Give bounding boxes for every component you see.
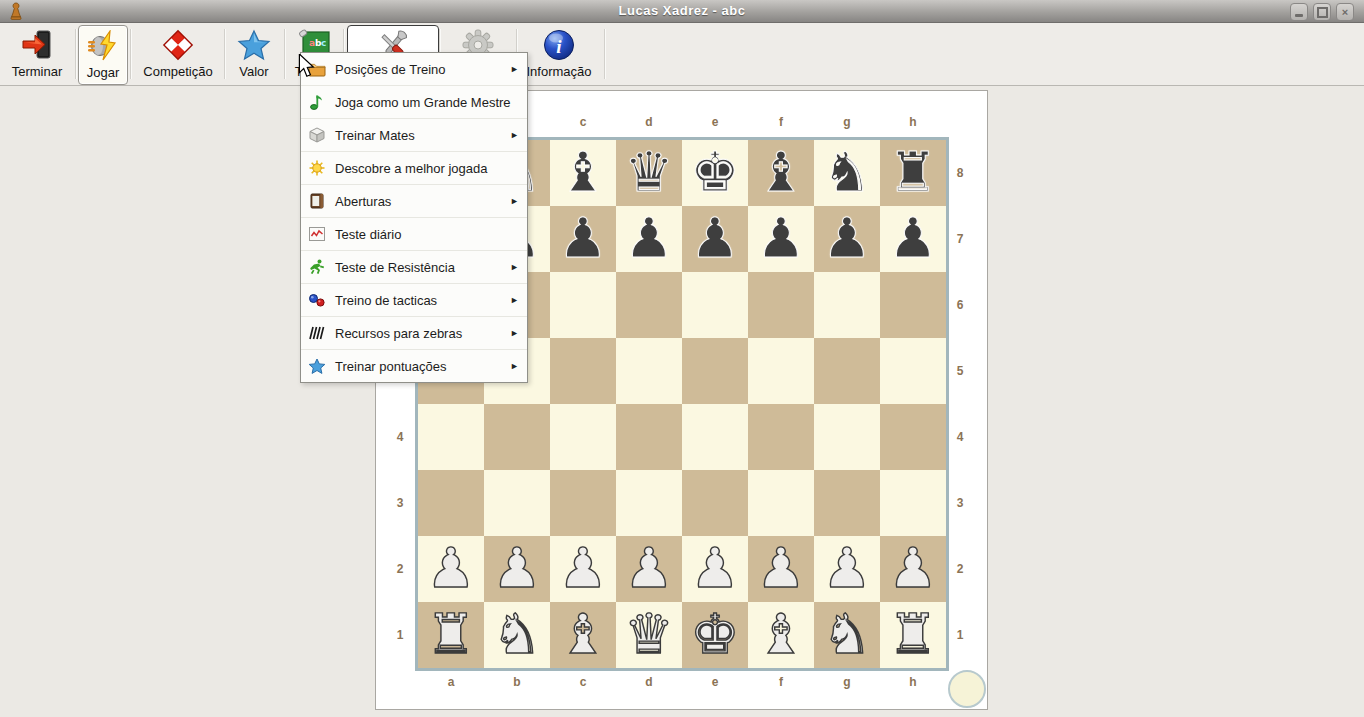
menu-item-label: Teste de Resistência [335, 260, 506, 275]
white-pawn: ♟ [814, 536, 880, 602]
white-knight: ♞ [484, 602, 550, 668]
file-label-top-f: f [748, 115, 814, 129]
menu-item-treinar-pontua-es[interactable]: Treinar pontuações► [301, 350, 527, 382]
white-pawn: ♟ [550, 536, 616, 602]
square-g3[interactable] [814, 470, 880, 536]
toolbar-separator [604, 29, 606, 79]
menu-item-teste-de-resist-ncia[interactable]: Teste de Resistência► [301, 251, 527, 284]
black-knight: ♞ [814, 140, 880, 206]
square-e4[interactable] [682, 404, 748, 470]
file-label-bottom-f: f [748, 675, 814, 689]
menu-item-treino-de-tacticas[interactable]: Treino de tacticas► [301, 284, 527, 317]
toolbar-separator [130, 29, 132, 79]
black-rook: ♜ [880, 140, 946, 206]
square-e1[interactable]: ♚ [682, 602, 748, 668]
rank-label-right-5: 5 [950, 338, 970, 404]
square-g7[interactable]: ♟ [814, 206, 880, 272]
book-icon [308, 193, 326, 209]
square-d1[interactable]: ♛ [616, 602, 682, 668]
white-bishop: ♝ [748, 602, 814, 668]
informacao-button[interactable]: iInformação [520, 25, 598, 83]
minimize-button[interactable] [1290, 3, 1308, 21]
info-icon: i [542, 28, 576, 62]
menu-item-recursos-para-zebras[interactable]: Recursos para zebras► [301, 317, 527, 350]
square-g6[interactable] [814, 272, 880, 338]
square-c7[interactable]: ♟ [550, 206, 616, 272]
star-icon [308, 358, 326, 374]
mouse-cursor-icon [296, 54, 316, 78]
toolbar-separator [224, 29, 226, 79]
square-d5[interactable] [616, 338, 682, 404]
black-pawn: ♟ [550, 206, 616, 272]
square-d4[interactable] [616, 404, 682, 470]
square-b4[interactable] [484, 404, 550, 470]
square-h1[interactable]: ♜ [880, 602, 946, 668]
rank-label-right-7: 7 [950, 206, 970, 272]
square-f5[interactable] [748, 338, 814, 404]
square-c6[interactable] [550, 272, 616, 338]
square-f4[interactable] [748, 404, 814, 470]
square-a3[interactable] [418, 470, 484, 536]
square-g1[interactable]: ♞ [814, 602, 880, 668]
submenu-arrow-icon: ► [510, 64, 519, 74]
square-e7[interactable]: ♟ [682, 206, 748, 272]
black-pawn: ♟ [814, 206, 880, 272]
submenu-arrow-icon: ► [510, 295, 519, 305]
submenu-arrow-icon: ► [510, 196, 519, 206]
close-button[interactable]: × [1336, 3, 1354, 21]
terminar-button[interactable]: Terminar [4, 25, 70, 83]
square-c5[interactable] [550, 338, 616, 404]
square-f3[interactable] [748, 470, 814, 536]
rank-label-right-2: 2 [950, 536, 970, 602]
plug-lightning-icon [86, 29, 120, 63]
file-label-top-h: h [880, 115, 946, 129]
file-label-bottom-b: b [484, 675, 550, 689]
white-pawn: ♟ [748, 536, 814, 602]
file-label-top-c: c [550, 115, 616, 129]
square-f8[interactable]: ♝ [748, 140, 814, 206]
white-rook: ♜ [418, 602, 484, 668]
white-pawn: ♟ [418, 536, 484, 602]
square-e6[interactable] [682, 272, 748, 338]
black-queen: ♛ [616, 140, 682, 206]
square-g4[interactable] [814, 404, 880, 470]
terminar-label: Terminar [12, 64, 63, 79]
square-c8[interactable]: ♝ [550, 140, 616, 206]
competicao-label: Competição [143, 64, 212, 79]
toolbar-separator [284, 29, 286, 79]
jogar-label: Jogar [87, 65, 120, 80]
exit-door-icon [20, 28, 54, 62]
black-pawn: ♟ [616, 206, 682, 272]
white-pawn: ♟ [484, 536, 550, 602]
treinar-menu: Posições de Treino►Joga como um Grande M… [300, 52, 528, 383]
square-h8[interactable]: ♜ [880, 140, 946, 206]
square-g5[interactable] [814, 338, 880, 404]
square-h3[interactable] [880, 470, 946, 536]
file-label-bottom-g: g [814, 675, 880, 689]
file-label-top-e: e [682, 115, 748, 129]
square-f1[interactable]: ♝ [748, 602, 814, 668]
square-f7[interactable]: ♟ [748, 206, 814, 272]
square-f6[interactable] [748, 272, 814, 338]
submenu-arrow-icon: ► [510, 130, 519, 140]
submenu-arrow-icon: ► [510, 361, 519, 371]
title-bar: Lucas Xadrez - abc × [0, 0, 1364, 23]
square-a1[interactable]: ♜ [418, 602, 484, 668]
white-pawn: ♟ [880, 536, 946, 602]
blue-star-icon [237, 28, 271, 62]
white-queen: ♛ [616, 602, 682, 668]
black-pawn: ♟ [682, 206, 748, 272]
submenu-arrow-icon: ► [510, 262, 519, 272]
molecules-icon [308, 292, 326, 308]
window-title: Lucas Xadrez - abc [0, 0, 1364, 22]
square-d3[interactable] [616, 470, 682, 536]
white-rook: ♜ [880, 602, 946, 668]
competicao-button[interactable]: Competição [134, 25, 222, 83]
square-f2[interactable]: ♟ [748, 536, 814, 602]
valor-label: Valor [239, 64, 268, 79]
menu-item-joga-como-um-grande-mestre[interactable]: Joga como um Grande Mestre [301, 86, 527, 119]
checker-diamond-icon [161, 28, 195, 62]
svg-text:c: c [321, 38, 326, 48]
square-h2[interactable]: ♟ [880, 536, 946, 602]
square-c1[interactable]: ♝ [550, 602, 616, 668]
menu-item-treinar-mates[interactable]: Treinar Mates► [301, 119, 527, 152]
white-pawn: ♟ [616, 536, 682, 602]
rank-label-right-6: 6 [950, 272, 970, 338]
menu-item-label: Joga como um Grande Mestre [335, 95, 519, 110]
rank-label-right-1: 1 [950, 602, 970, 668]
file-label-top-d: d [616, 115, 682, 129]
chart-icon [308, 226, 326, 242]
menu-item-aberturas[interactable]: Aberturas► [301, 185, 527, 218]
menu-item-posi-es-de-treino[interactable]: Posições de Treino► [301, 53, 527, 86]
black-king: ♚ [682, 140, 748, 206]
submenu-arrow-icon: ► [510, 328, 519, 338]
square-d7[interactable]: ♟ [616, 206, 682, 272]
square-d8[interactable]: ♛ [616, 140, 682, 206]
svg-text:i: i [556, 36, 562, 57]
cube-icon [308, 127, 326, 143]
file-label-bottom-h: h [880, 675, 946, 689]
square-e2[interactable]: ♟ [682, 536, 748, 602]
jogar-button[interactable]: Jogar [78, 25, 128, 85]
square-b2[interactable]: ♟ [484, 536, 550, 602]
menu-item-label: Aberturas [335, 194, 506, 209]
music-note-icon [308, 94, 326, 110]
black-bishop: ♝ [550, 140, 616, 206]
menu-item-label: Treinar pontuações [335, 359, 506, 374]
rank-label-right-4: 4 [950, 404, 970, 470]
square-e3[interactable] [682, 470, 748, 536]
square-h5[interactable] [880, 338, 946, 404]
black-bishop: ♝ [748, 140, 814, 206]
square-a4[interactable] [418, 404, 484, 470]
menu-item-teste-di-rio[interactable]: Teste diário [301, 218, 527, 251]
file-label-bottom-c: c [550, 675, 616, 689]
white-bishop: ♝ [550, 602, 616, 668]
square-h6[interactable] [880, 272, 946, 338]
square-e8[interactable]: ♚ [682, 140, 748, 206]
informacao-label: Informação [526, 64, 591, 79]
turn-indicator [948, 670, 986, 708]
square-d6[interactable] [616, 272, 682, 338]
square-g8[interactable]: ♞ [814, 140, 880, 206]
sun-icon [308, 160, 326, 176]
maximize-button[interactable] [1313, 3, 1331, 21]
rank-label-left-1: 1 [390, 602, 410, 668]
zebra-icon [308, 325, 326, 341]
rank-label-left-2: 2 [390, 536, 410, 602]
square-a2[interactable]: ♟ [418, 536, 484, 602]
rank-label-right-3: 3 [950, 470, 970, 536]
file-label-bottom-a: a [418, 675, 484, 689]
rank-label-left-3: 3 [390, 470, 410, 536]
file-label-top-g: g [814, 115, 880, 129]
menu-item-label: Descobre a melhor jogada [335, 161, 519, 176]
square-c4[interactable] [550, 404, 616, 470]
rank-label-left-4: 4 [390, 404, 410, 470]
black-pawn: ♟ [880, 206, 946, 272]
square-b3[interactable] [484, 470, 550, 536]
white-pawn: ♟ [682, 536, 748, 602]
square-c3[interactable] [550, 470, 616, 536]
runner-icon [308, 259, 326, 275]
menu-item-label: Posições de Treino [335, 62, 506, 77]
black-pawn: ♟ [748, 206, 814, 272]
square-h4[interactable] [880, 404, 946, 470]
file-label-bottom-d: d [616, 675, 682, 689]
square-b1[interactable]: ♞ [484, 602, 550, 668]
menu-item-label: Recursos para zebras [335, 326, 506, 341]
square-d2[interactable]: ♟ [616, 536, 682, 602]
toolbar: TerminarJogarCompetiçãoValorabcTreinariI… [0, 23, 1364, 86]
square-e5[interactable] [682, 338, 748, 404]
rank-label-right-8: 8 [950, 140, 970, 206]
square-h7[interactable]: ♟ [880, 206, 946, 272]
square-g2[interactable]: ♟ [814, 536, 880, 602]
white-king: ♚ [682, 602, 748, 668]
menu-item-descobre-a-melhor-jogada[interactable]: Descobre a melhor jogada [301, 152, 527, 185]
white-knight: ♞ [814, 602, 880, 668]
toolbar-separator [75, 29, 77, 79]
valor-button[interactable]: Valor [227, 25, 281, 83]
square-c2[interactable]: ♟ [550, 536, 616, 602]
menu-item-label: Treinar Mates [335, 128, 506, 143]
file-label-bottom-e: e [682, 675, 748, 689]
menu-item-label: Teste diário [335, 227, 519, 242]
menu-item-label: Treino de tacticas [335, 293, 506, 308]
